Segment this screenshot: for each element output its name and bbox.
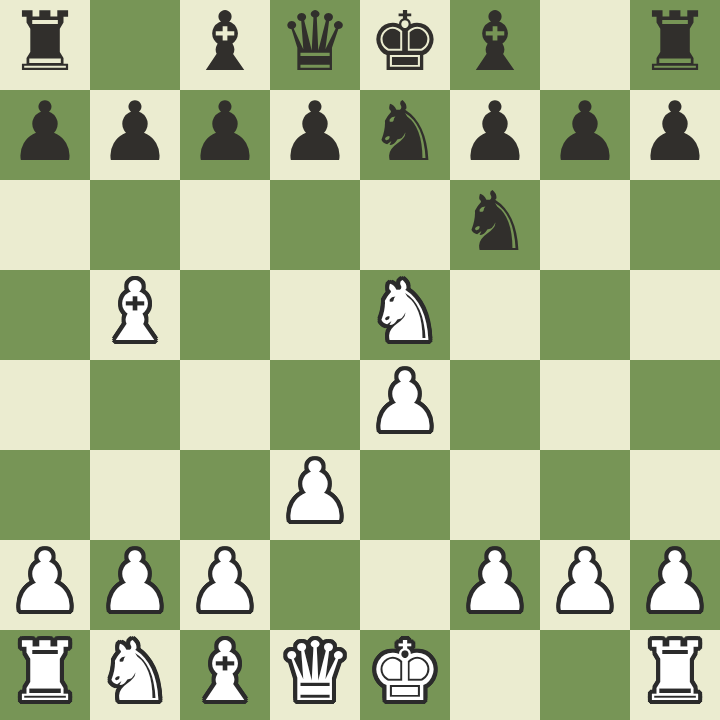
square-e5[interactable]: ♞ — [360, 270, 450, 360]
square-h8[interactable]: ♜ — [630, 0, 720, 90]
black-pawn[interactable]: ♟ — [8, 87, 82, 177]
square-a2[interactable]: ♟ — [0, 540, 90, 630]
square-b6[interactable] — [90, 180, 180, 270]
square-d4[interactable] — [270, 360, 360, 450]
square-d1[interactable]: ♛ — [270, 630, 360, 720]
square-d7[interactable]: ♟ — [270, 90, 360, 180]
white-pawn[interactable]: ♟ — [368, 357, 442, 447]
square-a7[interactable]: ♟ — [0, 90, 90, 180]
square-h5[interactable] — [630, 270, 720, 360]
square-h1[interactable]: ♜ — [630, 630, 720, 720]
square-e7[interactable]: ♞ — [360, 90, 450, 180]
square-c2[interactable]: ♟ — [180, 540, 270, 630]
square-b2[interactable]: ♟ — [90, 540, 180, 630]
square-d5[interactable] — [270, 270, 360, 360]
square-c4[interactable] — [180, 360, 270, 450]
white-pawn[interactable]: ♟ — [98, 537, 172, 627]
black-king[interactable]: ♚ — [368, 0, 442, 87]
white-pawn[interactable]: ♟ — [278, 447, 352, 537]
square-h4[interactable] — [630, 360, 720, 450]
black-rook[interactable]: ♜ — [638, 0, 712, 87]
square-b4[interactable] — [90, 360, 180, 450]
square-e1[interactable]: ♚ — [360, 630, 450, 720]
black-pawn[interactable]: ♟ — [188, 87, 262, 177]
square-e6[interactable] — [360, 180, 450, 270]
square-c3[interactable] — [180, 450, 270, 540]
black-pawn[interactable]: ♟ — [548, 87, 622, 177]
black-rook[interactable]: ♜ — [8, 0, 82, 87]
square-d3[interactable]: ♟ — [270, 450, 360, 540]
white-pawn[interactable]: ♟ — [548, 537, 622, 627]
square-g2[interactable]: ♟ — [540, 540, 630, 630]
square-a3[interactable] — [0, 450, 90, 540]
square-g5[interactable] — [540, 270, 630, 360]
square-d2[interactable] — [270, 540, 360, 630]
square-c5[interactable] — [180, 270, 270, 360]
white-rook[interactable]: ♜ — [638, 627, 712, 717]
white-pawn[interactable]: ♟ — [188, 537, 262, 627]
square-a1[interactable]: ♜ — [0, 630, 90, 720]
square-b5[interactable]: ♝ — [90, 270, 180, 360]
square-e8[interactable]: ♚ — [360, 0, 450, 90]
square-d8[interactable]: ♛ — [270, 0, 360, 90]
black-pawn[interactable]: ♟ — [278, 87, 352, 177]
square-f3[interactable] — [450, 450, 540, 540]
square-h7[interactable]: ♟ — [630, 90, 720, 180]
white-rook[interactable]: ♜ — [8, 627, 82, 717]
white-bishop[interactable]: ♝ — [188, 627, 262, 717]
square-c8[interactable]: ♝ — [180, 0, 270, 90]
square-f5[interactable] — [450, 270, 540, 360]
square-g4[interactable] — [540, 360, 630, 450]
square-h2[interactable]: ♟ — [630, 540, 720, 630]
square-g1[interactable] — [540, 630, 630, 720]
square-a5[interactable] — [0, 270, 90, 360]
square-g6[interactable] — [540, 180, 630, 270]
square-a4[interactable] — [0, 360, 90, 450]
black-knight[interactable]: ♞ — [368, 87, 442, 177]
white-knight[interactable]: ♞ — [98, 627, 172, 717]
square-f1[interactable] — [450, 630, 540, 720]
square-c1[interactable]: ♝ — [180, 630, 270, 720]
white-king[interactable]: ♚ — [368, 627, 442, 717]
square-f8[interactable]: ♝ — [450, 0, 540, 90]
black-pawn[interactable]: ♟ — [458, 87, 532, 177]
square-g7[interactable]: ♟ — [540, 90, 630, 180]
square-b3[interactable] — [90, 450, 180, 540]
white-bishop[interactable]: ♝ — [98, 267, 172, 357]
square-g8[interactable] — [540, 0, 630, 90]
square-e2[interactable] — [360, 540, 450, 630]
black-pawn[interactable]: ♟ — [638, 87, 712, 177]
white-pawn[interactable]: ♟ — [458, 537, 532, 627]
black-knight[interactable]: ♞ — [458, 177, 532, 267]
white-knight[interactable]: ♞ — [368, 267, 442, 357]
square-g3[interactable] — [540, 450, 630, 540]
chess-board: ♜♝♛♚♝♜♟♟♟♟♞♟♟♟♞♝♞♟♟♟♟♟♟♟♟♜♞♝♛♚♜ — [0, 0, 720, 720]
black-bishop[interactable]: ♝ — [458, 0, 532, 87]
white-pawn[interactable]: ♟ — [638, 537, 712, 627]
square-e3[interactable] — [360, 450, 450, 540]
square-b7[interactable]: ♟ — [90, 90, 180, 180]
square-f2[interactable]: ♟ — [450, 540, 540, 630]
square-e4[interactable]: ♟ — [360, 360, 450, 450]
square-f6[interactable]: ♞ — [450, 180, 540, 270]
square-c7[interactable]: ♟ — [180, 90, 270, 180]
square-h6[interactable] — [630, 180, 720, 270]
square-d6[interactable] — [270, 180, 360, 270]
black-bishop[interactable]: ♝ — [188, 0, 262, 87]
white-queen[interactable]: ♛ — [278, 627, 352, 717]
square-h3[interactable] — [630, 450, 720, 540]
square-f4[interactable] — [450, 360, 540, 450]
square-c6[interactable] — [180, 180, 270, 270]
white-pawn[interactable]: ♟ — [8, 537, 82, 627]
black-queen[interactable]: ♛ — [278, 0, 352, 87]
square-a6[interactable] — [0, 180, 90, 270]
square-b1[interactable]: ♞ — [90, 630, 180, 720]
square-f7[interactable]: ♟ — [450, 90, 540, 180]
square-a8[interactable]: ♜ — [0, 0, 90, 90]
black-pawn[interactable]: ♟ — [98, 87, 172, 177]
square-b8[interactable] — [90, 0, 180, 90]
